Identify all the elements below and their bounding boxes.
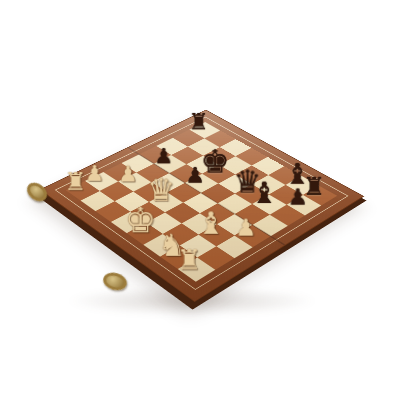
playing-area: ♜♝♜♟♚♛♝♟♟♟♟♛♝♟♜♚♞♜ — [66, 122, 337, 282]
black-pawn-b5: ♟ — [152, 146, 175, 167]
square-g6: ♝ — [252, 194, 287, 214]
white-pawn-b3: ♟ — [116, 164, 140, 186]
product-photo-canvas: ♜♝♜♟♚♛♝♟♟♟♟♛♝♟♜♚♞♜ — [0, 0, 400, 400]
white-pawn-h4: ♟ — [233, 216, 259, 239]
white-bishop-g3: ♝ — [197, 208, 223, 239]
white-king-e1: ♚ — [125, 203, 151, 238]
black-bishop-g6: ♝ — [251, 178, 276, 208]
black-pawn-d5: ♟ — [183, 165, 207, 187]
white-rook-h1: ♜ — [176, 246, 203, 274]
black-rook-a8: ♜ — [188, 110, 210, 133]
black-pawn-h7: ♟ — [285, 186, 310, 208]
white-rook-a1: ♜ — [63, 169, 87, 194]
board-scene: ♜♝♜♟♚♛♝♟♟♟♟♛♝♟♜♚♞♜ — [0, 0, 400, 400]
chess-board: ♜♝♜♟♚♛♝♟♟♟♟♛♝♟♜♚♞♜ — [39, 110, 364, 302]
